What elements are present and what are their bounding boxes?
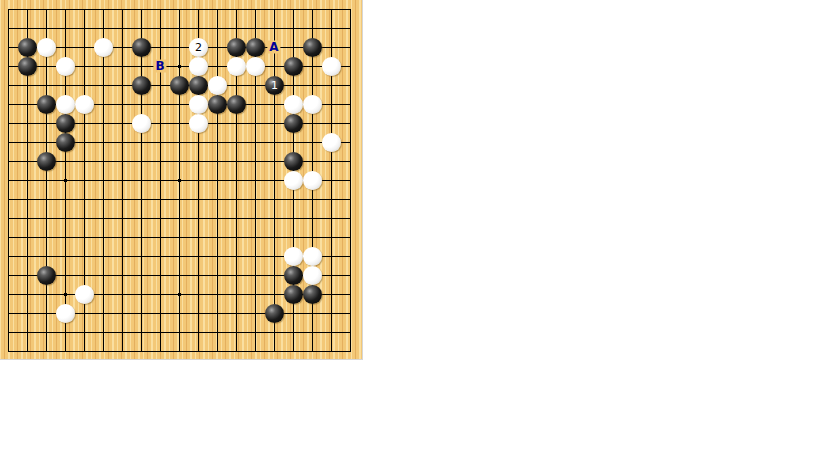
black-stone	[227, 95, 246, 114]
black-stone	[37, 152, 56, 171]
white-stone	[227, 57, 246, 76]
white-stone	[284, 95, 303, 114]
black-stone	[132, 76, 151, 95]
star-point	[178, 293, 181, 296]
move-number-2: 2	[189, 38, 208, 57]
white-stone	[56, 95, 75, 114]
white-stone	[132, 114, 151, 133]
grid-line-vertical	[350, 9, 351, 352]
white-stone	[303, 247, 322, 266]
white-stone	[208, 76, 227, 95]
white-stone	[303, 171, 322, 190]
white-stone	[56, 304, 75, 323]
black-stone	[56, 114, 75, 133]
black-stone	[284, 285, 303, 304]
black-stone	[284, 152, 303, 171]
black-stone	[18, 38, 37, 57]
white-stone	[322, 133, 341, 152]
white-stone	[284, 247, 303, 266]
black-stone	[18, 57, 37, 76]
move-number-1: 1	[265, 76, 284, 95]
go-board[interactable]: AB21	[0, 0, 363, 360]
black-stone	[189, 76, 208, 95]
black-stone	[227, 38, 246, 57]
black-stone	[303, 38, 322, 57]
grid-line-horizontal	[8, 237, 351, 238]
black-stone	[246, 38, 265, 57]
black-stone	[284, 266, 303, 285]
black-stone	[208, 95, 227, 114]
white-stone	[75, 95, 94, 114]
black-stone	[37, 266, 56, 285]
label-A: A	[267, 41, 280, 54]
star-point	[64, 179, 67, 182]
white-stone	[75, 285, 94, 304]
grid-line-horizontal	[8, 199, 351, 200]
star-point	[64, 293, 67, 296]
black-stone	[37, 95, 56, 114]
white-stone	[189, 95, 208, 114]
black-stone	[265, 304, 284, 323]
white-stone	[322, 57, 341, 76]
white-stone	[303, 266, 322, 285]
grid-line-vertical	[217, 9, 218, 352]
black-stone	[56, 133, 75, 152]
white-stone	[37, 38, 56, 57]
grid-line-vertical	[274, 9, 275, 352]
grid-line-horizontal	[8, 218, 351, 219]
white-stone	[56, 57, 75, 76]
black-stone	[303, 285, 322, 304]
white-stone	[284, 171, 303, 190]
page: { "game": "go", "board_size": 19, "color…	[0, 0, 819, 460]
white-stone	[189, 114, 208, 133]
star-point	[178, 65, 181, 68]
black-stone	[132, 38, 151, 57]
white-stone	[94, 38, 113, 57]
grid-line-horizontal	[8, 332, 351, 333]
black-stone	[284, 114, 303, 133]
white-stone	[246, 57, 265, 76]
label-B: B	[153, 60, 166, 73]
black-stone	[284, 57, 303, 76]
black-stone	[170, 76, 189, 95]
white-stone	[189, 57, 208, 76]
star-point	[178, 179, 181, 182]
grid-line-horizontal	[8, 351, 351, 352]
white-stone	[303, 95, 322, 114]
